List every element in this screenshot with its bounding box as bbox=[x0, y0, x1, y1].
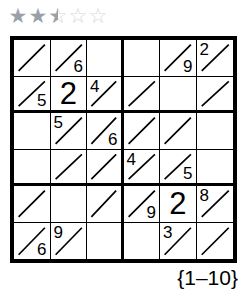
range-label: {1–10} bbox=[177, 265, 238, 290]
cell-r3c2[interactable]: 5 bbox=[51, 113, 88, 150]
cell-r5c5[interactable]: 2 bbox=[160, 186, 197, 223]
slash-icon bbox=[160, 113, 196, 149]
given-bottom-half: 5 bbox=[37, 91, 46, 111]
cell-r1c6[interactable]: 2 bbox=[197, 40, 234, 77]
puzzle-page: ★★☆★☆☆ 6925245645928693 {1–10} bbox=[0, 0, 247, 303]
cell-r4c1[interactable] bbox=[14, 150, 51, 187]
cell-r3c3[interactable]: 6 bbox=[87, 113, 124, 150]
star-icon-full: ★ bbox=[28, 5, 48, 28]
difficulty-rating: ★★☆★☆☆ bbox=[8, 5, 108, 28]
given-bottom-half: 9 bbox=[183, 57, 192, 77]
cell-r4c6[interactable] bbox=[197, 150, 234, 187]
star-icon-full: ★ bbox=[8, 5, 28, 28]
given-top-half: 5 bbox=[54, 113, 63, 133]
cell-r4c3[interactable] bbox=[87, 150, 124, 187]
given-bottom-half: 5 bbox=[183, 164, 192, 184]
cell-r2c4[interactable] bbox=[124, 77, 161, 114]
cell-r5c3[interactable] bbox=[87, 186, 124, 223]
slash-icon bbox=[87, 150, 121, 184]
cell-r3c4[interactable] bbox=[124, 113, 161, 150]
cell-r3c1[interactable] bbox=[14, 113, 51, 150]
given-top-half: 4 bbox=[127, 150, 136, 170]
cell-r2c1[interactable]: 5 bbox=[14, 77, 51, 114]
cell-r4c2[interactable] bbox=[51, 150, 88, 187]
cell-r5c4[interactable]: 9 bbox=[124, 186, 161, 223]
given-top-half: 9 bbox=[54, 223, 63, 243]
cell-r1c5[interactable]: 9 bbox=[160, 40, 197, 77]
cell-r2c2[interactable]: 2 bbox=[51, 77, 88, 114]
slash-icon bbox=[124, 77, 160, 111]
cell-r6c3[interactable] bbox=[87, 223, 124, 260]
given-bottom-half: 6 bbox=[37, 240, 46, 260]
slash-icon bbox=[197, 77, 234, 111]
cell-r4c4[interactable]: 4 bbox=[124, 150, 161, 187]
given-top-half: 4 bbox=[90, 77, 99, 97]
slash-icon bbox=[14, 186, 50, 222]
given-bottom-half: 6 bbox=[74, 57, 83, 77]
cell-r5c1[interactable] bbox=[14, 186, 51, 223]
given-top-half: 3 bbox=[163, 223, 172, 243]
cell-r1c2[interactable]: 6 bbox=[51, 40, 88, 77]
star-icon-half: ☆★ bbox=[48, 5, 68, 28]
cell-r1c4[interactable] bbox=[124, 40, 161, 77]
cell-r3c5[interactable] bbox=[160, 113, 197, 150]
slash-icon bbox=[51, 150, 87, 184]
cell-r3c6[interactable] bbox=[197, 113, 234, 150]
cell-r2c6[interactable] bbox=[197, 77, 234, 114]
given-top-half: 2 bbox=[200, 40, 209, 60]
given-bottom-half: 9 bbox=[147, 203, 156, 223]
star-icon-empty: ☆ bbox=[88, 5, 108, 28]
cell-r6c5[interactable]: 3 bbox=[160, 223, 197, 260]
slash-icon bbox=[14, 40, 50, 76]
given-number: 2 bbox=[51, 77, 87, 111]
cell-r2c3[interactable]: 4 bbox=[87, 77, 124, 114]
cell-r6c2[interactable]: 9 bbox=[51, 223, 88, 260]
cell-r1c3[interactable] bbox=[87, 40, 124, 77]
cell-r2c5[interactable] bbox=[160, 77, 197, 114]
cell-r6c6[interactable] bbox=[197, 223, 234, 260]
given-number: 2 bbox=[160, 186, 196, 222]
puzzle-grid: 6925245645928693 bbox=[10, 36, 237, 263]
slash-icon bbox=[197, 223, 234, 260]
cell-r4c5[interactable]: 5 bbox=[160, 150, 197, 187]
cell-r6c4[interactable] bbox=[124, 223, 161, 260]
cell-r6c1[interactable]: 6 bbox=[14, 223, 51, 260]
cell-r5c6[interactable]: 8 bbox=[197, 186, 234, 223]
cell-r5c2[interactable] bbox=[51, 186, 88, 223]
slash-icon bbox=[87, 186, 121, 222]
given-top-half: 8 bbox=[200, 186, 209, 206]
given-bottom-half: 6 bbox=[108, 130, 117, 150]
star-icon-empty: ☆ bbox=[68, 5, 88, 28]
slash-icon bbox=[124, 113, 160, 149]
cell-r1c1[interactable] bbox=[14, 40, 51, 77]
